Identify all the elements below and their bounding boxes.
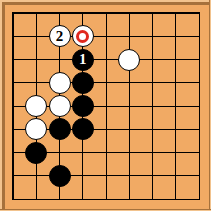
stone-black (49, 165, 71, 187)
grid-line-vertical (199, 12, 200, 200)
stone-black (49, 118, 71, 140)
stone-black (25, 142, 47, 164)
stone-white-move-2: 2 (49, 25, 71, 47)
grid-line-vertical (175, 12, 176, 200)
stone-black (72, 118, 94, 140)
board-edge-highlight-bottom (0, 210, 211, 211)
stone-black (72, 95, 94, 117)
board-edge-shadow-top (0, 2, 211, 5)
stone-white-marked (72, 25, 94, 47)
move-number-label: 2 (56, 29, 64, 44)
circle-marker-icon (76, 30, 89, 43)
stone-black-move-1: 1 (72, 49, 94, 71)
go-diagram: 21 (0, 0, 211, 211)
grid-line-horizontal (12, 175, 200, 176)
stone-white (118, 49, 140, 71)
stone-white (49, 95, 71, 117)
board-edge-shadow-left (2, 2, 5, 211)
board-edge-highlight-right (210, 0, 211, 211)
grid-line-vertical (152, 12, 153, 200)
grid-line-horizontal (12, 199, 200, 200)
grid-line-vertical (129, 12, 130, 200)
stone-black (72, 72, 94, 94)
stone-white (25, 118, 47, 140)
move-number-label: 1 (79, 52, 87, 67)
stone-white (49, 72, 71, 94)
stone-white (25, 95, 47, 117)
